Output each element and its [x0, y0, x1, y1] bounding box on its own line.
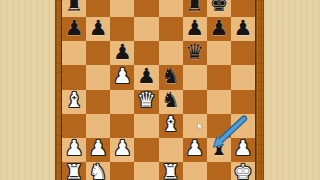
piece-white-bishop[interactable]: ♝ [65, 90, 84, 111]
square-a2[interactable]: ♟ [62, 138, 86, 162]
piece-black-rook[interactable]: ♜ [185, 0, 204, 15]
piece-black-pawn[interactable]: ♟ [65, 18, 84, 39]
square-d2[interactable] [134, 138, 158, 162]
square-e1[interactable]: ♜ [159, 162, 183, 180]
square-e4[interactable]: ♞ [159, 90, 183, 114]
square-f6[interactable]: ♛ [183, 41, 207, 65]
square-b1[interactable]: ♞ [86, 162, 110, 180]
square-a3[interactable] [62, 114, 86, 138]
square-c7[interactable] [110, 17, 134, 41]
square-f2[interactable]: ♟ [183, 138, 207, 162]
square-c6[interactable]: ♟ [110, 41, 134, 65]
square-f5[interactable] [183, 65, 207, 89]
square-b7[interactable]: ♟ [86, 17, 110, 41]
square-h2[interactable]: ♟ [231, 138, 255, 162]
square-h5[interactable] [231, 65, 255, 89]
piece-white-knight[interactable]: ♞ [89, 162, 108, 180]
piece-black-pawn[interactable]: ♟ [234, 18, 253, 39]
square-e7[interactable] [159, 17, 183, 41]
square-d4[interactable]: ♛ [134, 90, 158, 114]
square-g7[interactable]: ♟ [207, 17, 231, 41]
square-e2[interactable] [159, 138, 183, 162]
piece-black-pawn[interactable]: ♟ [137, 66, 156, 87]
piece-black-pawn[interactable]: ♟ [185, 18, 204, 39]
piece-white-queen[interactable]: ♛ [137, 90, 156, 111]
piece-black-knight[interactable]: ♞ [161, 66, 180, 87]
square-f7[interactable]: ♟ [183, 17, 207, 41]
square-c3[interactable] [110, 114, 134, 138]
square-g2[interactable]: ♝ [207, 138, 231, 162]
square-c8[interactable] [110, 0, 134, 17]
piece-black-bishop[interactable]: ♝ [209, 138, 228, 159]
piece-white-pawn[interactable]: ♟ [65, 138, 84, 159]
square-h1[interactable]: ♚ [231, 162, 255, 180]
square-c4[interactable] [110, 90, 134, 114]
piece-black-knight[interactable]: ♞ [161, 90, 180, 111]
square-f1[interactable] [183, 162, 207, 180]
piece-white-pawn[interactable]: ♟ [89, 138, 108, 159]
square-b5[interactable] [86, 65, 110, 89]
square-e6[interactable] [159, 41, 183, 65]
piece-white-pawn[interactable]: ♟ [113, 66, 132, 87]
piece-black-rook[interactable]: ♜ [65, 0, 84, 15]
square-h6[interactable] [231, 41, 255, 65]
square-f8[interactable]: ♜ [183, 0, 207, 17]
piece-white-pawn[interactable]: ♟ [185, 138, 204, 159]
piece-white-pawn[interactable]: ♟ [113, 138, 132, 159]
square-e8[interactable] [159, 0, 183, 17]
square-a1[interactable]: ♜ [62, 162, 86, 180]
square-f3[interactable] [183, 114, 207, 138]
square-a6[interactable] [62, 41, 86, 65]
square-c5[interactable]: ♟ [110, 65, 134, 89]
piece-white-king[interactable]: ♚ [234, 162, 253, 180]
square-e5[interactable]: ♞ [159, 65, 183, 89]
piece-black-queen[interactable]: ♛ [185, 42, 204, 63]
square-d5[interactable]: ♟ [134, 65, 158, 89]
square-a4[interactable]: ♝ [62, 90, 86, 114]
square-d7[interactable] [134, 17, 158, 41]
piece-white-rook[interactable]: ♜ [161, 162, 180, 180]
square-g4[interactable] [207, 90, 231, 114]
square-b2[interactable]: ♟ [86, 138, 110, 162]
piece-black-king[interactable]: ♚ [209, 0, 228, 15]
square-a8[interactable]: ♜ [62, 0, 86, 17]
square-h3[interactable] [231, 114, 255, 138]
square-g5[interactable] [207, 65, 231, 89]
square-b6[interactable] [86, 41, 110, 65]
square-h4[interactable] [231, 90, 255, 114]
square-h7[interactable]: ♟ [231, 17, 255, 41]
square-e3[interactable]: ♝ [159, 114, 183, 138]
piece-white-pawn[interactable]: ♟ [234, 138, 253, 159]
square-g8[interactable]: ♚ [207, 0, 231, 17]
square-d3[interactable] [134, 114, 158, 138]
square-g1[interactable] [207, 162, 231, 180]
square-b3[interactable] [86, 114, 110, 138]
square-g3[interactable] [207, 114, 231, 138]
square-h8[interactable] [231, 0, 255, 17]
piece-black-pawn[interactable]: ♟ [89, 18, 108, 39]
piece-black-pawn[interactable]: ♟ [209, 18, 228, 39]
square-a7[interactable]: ♟ [62, 17, 86, 41]
square-d8[interactable] [134, 0, 158, 17]
piece-white-rook[interactable]: ♜ [65, 162, 84, 180]
chess-board: ♜♜♚♟♟♟♟♟♟♛♟♟♞♝♛♞♝♟♟♟♟♝♟♜♞♜♚ [62, 0, 255, 180]
piece-black-pawn[interactable]: ♟ [113, 42, 132, 63]
square-d6[interactable] [134, 41, 158, 65]
square-c2[interactable]: ♟ [110, 138, 134, 162]
square-d1[interactable] [134, 162, 158, 180]
chess-app-view: ♜♜♚♟♟♟♟♟♟♛♟♟♞♝♛♞♝♟♟♟♟♝♟♜♞♜♚ [0, 0, 320, 180]
square-a5[interactable] [62, 65, 86, 89]
square-b8[interactable] [86, 0, 110, 17]
square-g6[interactable] [207, 41, 231, 65]
square-c1[interactable] [110, 162, 134, 180]
piece-white-bishop[interactable]: ♝ [161, 114, 180, 135]
square-f4[interactable] [183, 90, 207, 114]
square-b4[interactable] [86, 90, 110, 114]
